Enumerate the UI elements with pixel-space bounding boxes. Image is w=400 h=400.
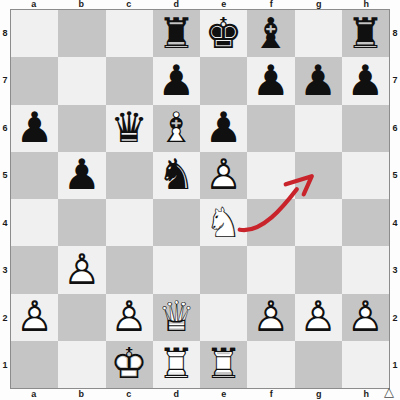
square-a6[interactable]: ♟	[11, 105, 58, 152]
square-g3[interactable]	[295, 246, 342, 293]
piece-glyph: ♟	[247, 57, 294, 104]
square-e8[interactable]: ♚	[200, 10, 247, 57]
piece-outline: ♙	[295, 294, 342, 341]
square-b8[interactable]	[58, 10, 105, 57]
square-b5[interactable]: ♟	[58, 152, 105, 199]
piece-black-rook[interactable]: ♜	[153, 10, 200, 57]
piece-black-pawn[interactable]: ♟	[295, 57, 342, 104]
piece-outline: ♙	[58, 246, 105, 293]
square-b4[interactable]	[58, 199, 105, 246]
file-label-a: a	[10, 0, 58, 9]
piece-white-rook[interactable]: ♜♖	[200, 341, 247, 388]
piece-black-rook[interactable]: ♜	[342, 10, 389, 57]
square-c8[interactable]	[106, 10, 153, 57]
chess-diagram: abcdefgh abcdefgh 87654321 87654321 ♜♚♝♜…	[0, 0, 400, 400]
piece-black-bishop[interactable]: ♝	[247, 10, 294, 57]
square-a7[interactable]	[11, 57, 58, 104]
file-label-f: f	[248, 389, 296, 399]
piece-glyph: ♜	[342, 10, 389, 57]
rank-label-5: 5	[390, 152, 400, 200]
piece-black-knight[interactable]: ♞	[153, 152, 200, 199]
piece-outline: ♗	[153, 105, 200, 152]
piece-white-pawn[interactable]: ♟♙	[200, 152, 247, 199]
square-f8[interactable]: ♝	[247, 10, 294, 57]
square-b3[interactable]: ♟♙	[58, 246, 105, 293]
file-label-d: d	[153, 389, 201, 399]
piece-glyph: ♜	[153, 10, 200, 57]
square-d1[interactable]: ♜♖	[153, 341, 200, 388]
rank-label-1: 1	[0, 342, 10, 390]
square-g4[interactable]	[295, 199, 342, 246]
file-label-f: f	[248, 0, 296, 9]
piece-white-pawn[interactable]: ♟♙	[11, 294, 58, 341]
piece-white-pawn[interactable]: ♟♙	[342, 294, 389, 341]
square-d8[interactable]: ♜	[153, 10, 200, 57]
square-c5[interactable]	[106, 152, 153, 199]
square-a1[interactable]	[11, 341, 58, 388]
square-e3[interactable]	[200, 246, 247, 293]
square-e6[interactable]: ♟	[200, 105, 247, 152]
square-c2[interactable]: ♟♙	[106, 294, 153, 341]
piece-outline: ♖	[153, 341, 200, 388]
square-g1[interactable]	[295, 341, 342, 388]
rank-labels-right: 87654321	[390, 9, 400, 389]
piece-white-pawn[interactable]: ♟♙	[247, 294, 294, 341]
square-f6[interactable]	[247, 105, 294, 152]
file-label-d: d	[153, 0, 201, 9]
piece-black-pawn[interactable]: ♟	[200, 105, 247, 152]
file-label-b: b	[58, 0, 106, 9]
chess-board: ♜♚♝♜♟♟♟♟♟♛♝♗♟♟♞♟♙♞♘♟♙♟♙♟♙♛♕♟♙♟♙♟♙♚♔♜♖♜♖	[10, 9, 390, 389]
rank-label-4: 4	[0, 199, 10, 247]
white-to-move-indicator: △	[381, 383, 397, 399]
square-b1[interactable]	[58, 341, 105, 388]
square-e2[interactable]	[200, 294, 247, 341]
piece-glyph: ♝	[247, 10, 294, 57]
square-h7[interactable]: ♟	[342, 57, 389, 104]
piece-outline: ♙	[247, 294, 294, 341]
square-g6[interactable]	[295, 105, 342, 152]
square-f4[interactable]	[247, 199, 294, 246]
piece-outline: ♙	[342, 294, 389, 341]
square-d7[interactable]: ♟	[153, 57, 200, 104]
square-a4[interactable]	[11, 199, 58, 246]
square-d3[interactable]	[153, 246, 200, 293]
square-b6[interactable]	[58, 105, 105, 152]
square-f3[interactable]	[247, 246, 294, 293]
rank-label-5: 5	[0, 152, 10, 200]
piece-outline: ♖	[200, 341, 247, 388]
rank-labels-left: 87654321	[0, 9, 10, 389]
square-h6[interactable]	[342, 105, 389, 152]
file-label-b: b	[58, 389, 106, 399]
piece-outline: ♙	[200, 152, 247, 199]
square-h3[interactable]	[342, 246, 389, 293]
rank-label-3: 3	[0, 247, 10, 295]
file-label-h: h	[343, 0, 391, 9]
square-a8[interactable]	[11, 10, 58, 57]
rank-label-4: 4	[390, 199, 400, 247]
square-e4[interactable]: ♞♘	[200, 199, 247, 246]
piece-outline: ♙	[11, 294, 58, 341]
file-label-g: g	[295, 389, 343, 399]
piece-glyph: ♞	[153, 152, 200, 199]
piece-white-knight[interactable]: ♞♘	[200, 199, 247, 246]
square-g8[interactable]	[295, 10, 342, 57]
file-labels-top: abcdefgh	[10, 0, 390, 9]
piece-white-pawn[interactable]: ♟♙	[106, 294, 153, 341]
file-labels-bottom: abcdefgh	[10, 389, 390, 399]
square-a5[interactable]	[11, 152, 58, 199]
square-c7[interactable]	[106, 57, 153, 104]
piece-glyph: ♟	[295, 57, 342, 104]
rank-label-7: 7	[0, 57, 10, 105]
square-c1[interactable]: ♚♔	[106, 341, 153, 388]
square-d6[interactable]: ♝♗	[153, 105, 200, 152]
square-h4[interactable]	[342, 199, 389, 246]
piece-glyph: ♟	[342, 57, 389, 104]
file-label-g: g	[295, 0, 343, 9]
square-b7[interactable]	[58, 57, 105, 104]
piece-glyph: ♚	[200, 10, 247, 57]
square-d2[interactable]: ♛♕	[153, 294, 200, 341]
piece-outline: ♙	[106, 294, 153, 341]
square-h5[interactable]	[342, 152, 389, 199]
square-g2[interactable]: ♟♙	[295, 294, 342, 341]
piece-white-bishop[interactable]: ♝♗	[153, 105, 200, 152]
piece-white-pawn[interactable]: ♟♙	[58, 246, 105, 293]
rank-label-1: 1	[390, 342, 400, 390]
piece-black-pawn[interactable]: ♟	[342, 57, 389, 104]
file-label-e: e	[200, 0, 248, 9]
square-g5[interactable]	[295, 152, 342, 199]
piece-black-king[interactable]: ♚	[200, 10, 247, 57]
piece-white-queen[interactable]: ♛♕	[153, 294, 200, 341]
square-c6[interactable]: ♛	[106, 105, 153, 152]
square-h8[interactable]: ♜	[342, 10, 389, 57]
rank-label-3: 3	[390, 247, 400, 295]
file-label-e: e	[200, 389, 248, 399]
square-c3[interactable]	[106, 246, 153, 293]
square-g7[interactable]: ♟	[295, 57, 342, 104]
square-f1[interactable]	[247, 341, 294, 388]
rank-label-2: 2	[0, 294, 10, 342]
file-label-c: c	[105, 0, 153, 9]
piece-black-pawn[interactable]: ♟	[247, 57, 294, 104]
piece-black-pawn[interactable]: ♟	[153, 57, 200, 104]
square-d4[interactable]	[153, 199, 200, 246]
piece-glyph: ♟	[58, 152, 105, 199]
piece-outline: ♔	[106, 341, 153, 388]
square-d5[interactable]: ♞	[153, 152, 200, 199]
square-c4[interactable]	[106, 199, 153, 246]
square-a3[interactable]	[11, 246, 58, 293]
piece-glyph: ♛	[106, 105, 153, 152]
square-f2[interactable]: ♟♙	[247, 294, 294, 341]
square-f7[interactable]: ♟	[247, 57, 294, 104]
piece-outline: ♕	[153, 294, 200, 341]
rank-label-8: 8	[390, 9, 400, 57]
square-b2[interactable]	[58, 294, 105, 341]
square-e1[interactable]: ♜♖	[200, 341, 247, 388]
rank-label-2: 2	[390, 294, 400, 342]
rank-label-8: 8	[0, 9, 10, 57]
square-h1[interactable]	[342, 341, 389, 388]
file-label-a: a	[10, 389, 58, 399]
piece-glyph: ♟	[200, 105, 247, 152]
square-e5[interactable]: ♟♙	[200, 152, 247, 199]
piece-outline: ♘	[200, 199, 247, 246]
piece-white-rook[interactable]: ♜♖	[153, 341, 200, 388]
piece-glyph: ♟	[153, 57, 200, 104]
piece-black-pawn[interactable]: ♟	[58, 152, 105, 199]
rank-label-6: 6	[0, 104, 10, 152]
piece-white-pawn[interactable]: ♟♙	[295, 294, 342, 341]
square-h2[interactable]: ♟♙	[342, 294, 389, 341]
square-a2[interactable]: ♟♙	[11, 294, 58, 341]
piece-black-pawn[interactable]: ♟	[11, 105, 58, 152]
piece-white-king[interactable]: ♚♔	[106, 341, 153, 388]
piece-black-queen[interactable]: ♛	[106, 105, 153, 152]
piece-glyph: ♟	[11, 105, 58, 152]
rank-label-6: 6	[390, 104, 400, 152]
square-f5[interactable]	[247, 152, 294, 199]
file-label-c: c	[105, 389, 153, 399]
square-e7[interactable]	[200, 57, 247, 104]
rank-label-7: 7	[390, 57, 400, 105]
